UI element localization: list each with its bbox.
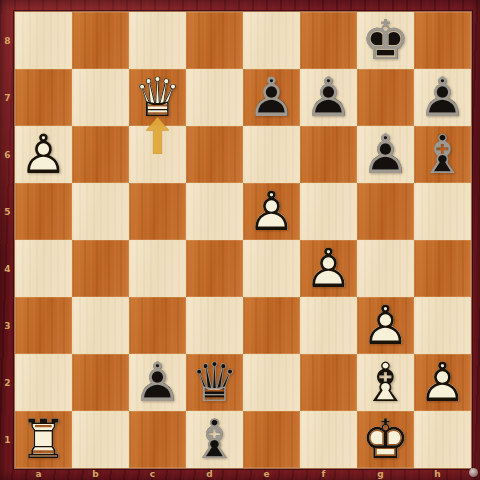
square-a6[interactable]: ♟♙ bbox=[15, 126, 72, 183]
square-g8[interactable]: ♚♔ bbox=[357, 12, 414, 69]
square-f6[interactable] bbox=[300, 126, 357, 183]
corner-button[interactable] bbox=[469, 468, 478, 477]
square-a8[interactable] bbox=[15, 12, 72, 69]
square-d4[interactable] bbox=[186, 240, 243, 297]
square-f1[interactable] bbox=[300, 411, 357, 468]
square-e6[interactable] bbox=[243, 126, 300, 183]
piece-white-pawn-a6[interactable]: ♟♙ bbox=[15, 126, 72, 183]
square-g7[interactable] bbox=[357, 69, 414, 126]
piece-black-king-g8[interactable]: ♚♔ bbox=[357, 12, 414, 69]
square-g1[interactable]: ♚♔ bbox=[357, 411, 414, 468]
piece-white-rook-a1[interactable]: ♜♖ bbox=[15, 411, 72, 468]
rank-label-4: 4 bbox=[0, 240, 15, 297]
piece-black-pawn-e7[interactable]: ♟♙ bbox=[243, 69, 300, 126]
chess-board: ♚♔♛♕♟♙♟♙♟♙♟♙♟♙♝♗♟♙♟♙♟♙♟♙♛♕♝♗♟♙♜♖♝♗♚♔ bbox=[15, 12, 471, 468]
file-label-b: b bbox=[67, 467, 124, 480]
piece-white-bishop-g2[interactable]: ♝♗ bbox=[357, 354, 414, 411]
square-h6[interactable]: ♝♗ bbox=[414, 126, 471, 183]
square-c5[interactable] bbox=[129, 183, 186, 240]
piece-black-pawn-g6[interactable]: ♟♙ bbox=[357, 126, 414, 183]
square-c4[interactable] bbox=[129, 240, 186, 297]
square-e4[interactable] bbox=[243, 240, 300, 297]
rank-labels: 87654321 bbox=[0, 12, 15, 468]
rank-label-7: 7 bbox=[0, 69, 15, 126]
square-c2[interactable]: ♟♙ bbox=[129, 354, 186, 411]
square-a2[interactable] bbox=[15, 354, 72, 411]
square-b8[interactable] bbox=[72, 12, 129, 69]
rank-label-3: 3 bbox=[0, 297, 15, 354]
rank-label-8: 8 bbox=[0, 12, 15, 69]
piece-black-queen-d2[interactable]: ♛♕ bbox=[186, 354, 243, 411]
piece-black-pawn-c2[interactable]: ♟♙ bbox=[129, 354, 186, 411]
rank-label-6: 6 bbox=[0, 126, 15, 183]
square-c3[interactable] bbox=[129, 297, 186, 354]
square-h7[interactable]: ♟♙ bbox=[414, 69, 471, 126]
square-b3[interactable] bbox=[72, 297, 129, 354]
square-a1[interactable]: ♜♖ bbox=[15, 411, 72, 468]
square-d8[interactable] bbox=[186, 12, 243, 69]
square-h8[interactable] bbox=[414, 12, 471, 69]
rank-label-5: 5 bbox=[0, 183, 15, 240]
square-a5[interactable] bbox=[15, 183, 72, 240]
square-d5[interactable] bbox=[186, 183, 243, 240]
file-label-f: f bbox=[295, 467, 352, 480]
square-b6[interactable] bbox=[72, 126, 129, 183]
square-d3[interactable] bbox=[186, 297, 243, 354]
piece-white-pawn-f4[interactable]: ♟♙ bbox=[300, 240, 357, 297]
square-a3[interactable] bbox=[15, 297, 72, 354]
square-g5[interactable] bbox=[357, 183, 414, 240]
chess-board-frame: 87654321 abcdefgh ♚♔♛♕♟♙♟♙♟♙♟♙♟♙♝♗♟♙♟♙♟♙… bbox=[0, 0, 480, 480]
piece-white-pawn-e5[interactable]: ♟♙ bbox=[243, 183, 300, 240]
square-h4[interactable] bbox=[414, 240, 471, 297]
square-h2[interactable]: ♟♙ bbox=[414, 354, 471, 411]
move-arrow-icon bbox=[146, 117, 169, 154]
piece-white-pawn-g3[interactable]: ♟♙ bbox=[357, 297, 414, 354]
square-b7[interactable] bbox=[72, 69, 129, 126]
square-b5[interactable] bbox=[72, 183, 129, 240]
piece-black-pawn-f7[interactable]: ♟♙ bbox=[300, 69, 357, 126]
square-g2[interactable]: ♝♗ bbox=[357, 354, 414, 411]
square-b4[interactable] bbox=[72, 240, 129, 297]
piece-white-king-g1[interactable]: ♚♔ bbox=[357, 411, 414, 468]
square-a7[interactable] bbox=[15, 69, 72, 126]
square-g4[interactable] bbox=[357, 240, 414, 297]
square-f5[interactable] bbox=[300, 183, 357, 240]
square-g3[interactable]: ♟♙ bbox=[357, 297, 414, 354]
square-e1[interactable] bbox=[243, 411, 300, 468]
file-label-c: c bbox=[124, 467, 181, 480]
square-c8[interactable] bbox=[129, 12, 186, 69]
square-g6[interactable]: ♟♙ bbox=[357, 126, 414, 183]
square-f8[interactable] bbox=[300, 12, 357, 69]
square-d2[interactable]: ♛♕ bbox=[186, 354, 243, 411]
square-e3[interactable] bbox=[243, 297, 300, 354]
square-d7[interactable] bbox=[186, 69, 243, 126]
rank-label-1: 1 bbox=[0, 411, 15, 468]
piece-black-bishop-d1[interactable]: ♝♗ bbox=[186, 411, 243, 468]
square-c1[interactable] bbox=[129, 411, 186, 468]
square-f3[interactable] bbox=[300, 297, 357, 354]
piece-black-pawn-h7[interactable]: ♟♙ bbox=[414, 69, 471, 126]
square-f4[interactable]: ♟♙ bbox=[300, 240, 357, 297]
square-d6[interactable] bbox=[186, 126, 243, 183]
square-h3[interactable] bbox=[414, 297, 471, 354]
rank-label-2: 2 bbox=[0, 354, 15, 411]
square-a4[interactable] bbox=[15, 240, 72, 297]
square-d1[interactable]: ♝♗ bbox=[186, 411, 243, 468]
square-h5[interactable] bbox=[414, 183, 471, 240]
square-b2[interactable] bbox=[72, 354, 129, 411]
file-label-e: e bbox=[238, 467, 295, 480]
file-label-h: h bbox=[409, 467, 466, 480]
piece-black-bishop-h6[interactable]: ♝♗ bbox=[414, 126, 471, 183]
square-e8[interactable] bbox=[243, 12, 300, 69]
square-f7[interactable]: ♟♙ bbox=[300, 69, 357, 126]
square-e5[interactable]: ♟♙ bbox=[243, 183, 300, 240]
square-e2[interactable] bbox=[243, 354, 300, 411]
square-e7[interactable]: ♟♙ bbox=[243, 69, 300, 126]
square-b1[interactable] bbox=[72, 411, 129, 468]
square-f2[interactable] bbox=[300, 354, 357, 411]
piece-white-pawn-h2[interactable]: ♟♙ bbox=[414, 354, 471, 411]
square-h1[interactable] bbox=[414, 411, 471, 468]
